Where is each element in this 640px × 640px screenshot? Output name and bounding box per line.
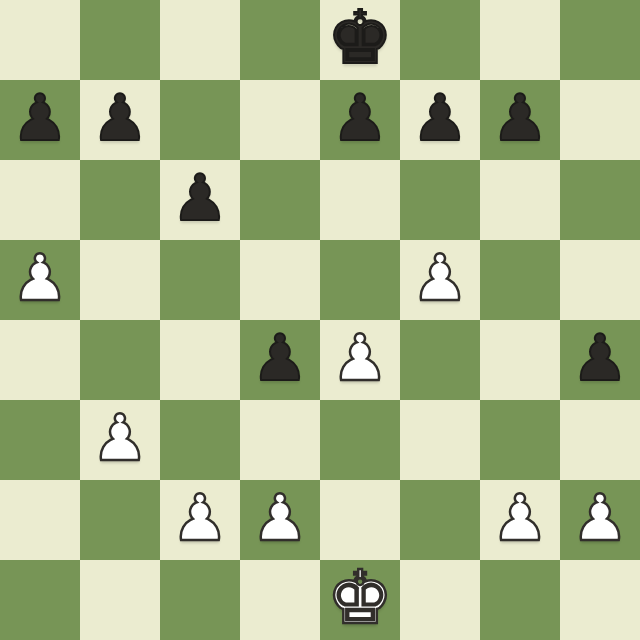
square-a4[interactable] (0, 320, 80, 400)
square-d1[interactable] (240, 560, 320, 640)
square-f2[interactable] (400, 480, 480, 560)
square-f3[interactable] (400, 400, 480, 480)
square-e6[interactable] (320, 160, 400, 240)
square-b4[interactable] (80, 320, 160, 400)
square-e3[interactable] (320, 400, 400, 480)
square-g8[interactable] (480, 0, 560, 80)
square-e7[interactable]: ♟ (320, 80, 400, 160)
square-g7[interactable]: ♟ (480, 80, 560, 160)
square-g5[interactable] (480, 240, 560, 320)
square-d3[interactable] (240, 400, 320, 480)
white-pawn-c2[interactable]: ♟ (171, 486, 228, 550)
square-h8[interactable] (560, 0, 640, 80)
square-b3[interactable]: ♟ (80, 400, 160, 480)
square-b5[interactable] (80, 240, 160, 320)
square-e4[interactable]: ♟ (320, 320, 400, 400)
white-pawn-f5[interactable]: ♟ (411, 246, 468, 310)
square-b6[interactable] (80, 160, 160, 240)
black-pawn-f7[interactable]: ♟ (411, 86, 468, 150)
chess-position-page: html, body { margin: 0; padding: 0; widt… (0, 0, 640, 640)
square-b1[interactable] (80, 560, 160, 640)
square-d5[interactable] (240, 240, 320, 320)
white-pawn-h2[interactable]: ♟ (571, 486, 628, 550)
square-h5[interactable] (560, 240, 640, 320)
square-h4[interactable]: ♟ (560, 320, 640, 400)
square-c7[interactable] (160, 80, 240, 160)
white-pawn-a5[interactable]: ♟ (11, 246, 68, 310)
square-a1[interactable] (0, 560, 80, 640)
white-pawn-e4[interactable]: ♟ (331, 326, 388, 390)
square-h2[interactable]: ♟ (560, 480, 640, 560)
square-e2[interactable] (320, 480, 400, 560)
square-f6[interactable] (400, 160, 480, 240)
square-c2[interactable]: ♟ (160, 480, 240, 560)
square-a7[interactable]: ♟ (0, 80, 80, 160)
chess-board: ♚♟♟♟♟♟♟♟♟♟♟♟♟♟♟♟♟♚ (0, 0, 640, 640)
square-d4[interactable]: ♟ (240, 320, 320, 400)
white-pawn-g2[interactable]: ♟ (491, 486, 548, 550)
square-a8[interactable] (0, 0, 80, 80)
square-d8[interactable] (240, 0, 320, 80)
square-g1[interactable] (480, 560, 560, 640)
black-pawn-c6[interactable]: ♟ (171, 166, 228, 230)
square-c4[interactable] (160, 320, 240, 400)
square-h3[interactable] (560, 400, 640, 480)
square-a5[interactable]: ♟ (0, 240, 80, 320)
square-d6[interactable] (240, 160, 320, 240)
square-h1[interactable] (560, 560, 640, 640)
white-pawn-b3[interactable]: ♟ (91, 406, 148, 470)
square-f1[interactable] (400, 560, 480, 640)
square-g4[interactable] (480, 320, 560, 400)
square-c3[interactable] (160, 400, 240, 480)
square-h7[interactable] (560, 80, 640, 160)
square-a6[interactable] (0, 160, 80, 240)
square-d2[interactable]: ♟ (240, 480, 320, 560)
white-pawn-d2[interactable]: ♟ (251, 486, 308, 550)
app-window: { "game": "chess", "position": { "fen": … (0, 0, 640, 640)
square-f7[interactable]: ♟ (400, 80, 480, 160)
square-c1[interactable] (160, 560, 240, 640)
square-f4[interactable] (400, 320, 480, 400)
square-b7[interactable]: ♟ (80, 80, 160, 160)
square-h6[interactable] (560, 160, 640, 240)
square-c5[interactable] (160, 240, 240, 320)
square-g3[interactable] (480, 400, 560, 480)
square-a2[interactable] (0, 480, 80, 560)
square-b2[interactable] (80, 480, 160, 560)
black-pawn-e7[interactable]: ♟ (331, 86, 388, 150)
square-b8[interactable] (80, 0, 160, 80)
black-pawn-a7[interactable]: ♟ (11, 86, 68, 150)
square-g2[interactable]: ♟ (480, 480, 560, 560)
square-f8[interactable] (400, 0, 480, 80)
square-e1[interactable]: ♚ (320, 560, 400, 640)
square-c8[interactable] (160, 0, 240, 80)
square-f5[interactable]: ♟ (400, 240, 480, 320)
black-pawn-b7[interactable]: ♟ (91, 86, 148, 150)
black-king-e8[interactable]: ♚ (327, 0, 393, 74)
white-king-e1[interactable]: ♚ (327, 560, 393, 634)
square-e5[interactable] (320, 240, 400, 320)
black-pawn-h4[interactable]: ♟ (571, 326, 628, 390)
square-d7[interactable] (240, 80, 320, 160)
square-e8[interactable]: ♚ (320, 0, 400, 80)
square-a3[interactable] (0, 400, 80, 480)
black-pawn-g7[interactable]: ♟ (491, 86, 548, 150)
square-g6[interactable] (480, 160, 560, 240)
square-c6[interactable]: ♟ (160, 160, 240, 240)
black-pawn-d4[interactable]: ♟ (251, 326, 308, 390)
